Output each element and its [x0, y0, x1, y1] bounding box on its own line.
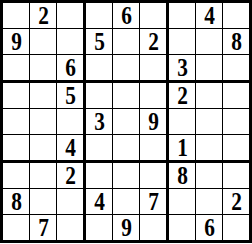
given-digit: 3	[94, 109, 105, 135]
cell-r1c2-given: 2	[30, 3, 57, 29]
cell-r8c8-empty[interactable]	[196, 189, 223, 215]
cell-r4c3-given: 5	[57, 83, 86, 109]
cell-r4c7-given: 2	[169, 83, 196, 109]
given-digit: 8	[177, 163, 188, 189]
cell-r8c5-empty[interactable]	[113, 189, 140, 215]
cell-r5c7-empty[interactable]	[169, 109, 196, 135]
cell-r8c4-given: 4	[86, 189, 113, 215]
cell-r3c8-empty[interactable]	[196, 55, 223, 83]
given-digit: 4	[94, 189, 105, 215]
cell-r1c9-empty[interactable]	[223, 3, 249, 29]
cell-r4c5-empty[interactable]	[113, 83, 140, 109]
cell-r3c1-empty[interactable]	[3, 55, 30, 83]
cell-r2c2-empty[interactable]	[30, 29, 57, 55]
cell-r5c1-empty[interactable]	[3, 109, 30, 135]
given-digit: 9	[148, 109, 159, 135]
cell-r2c4-given: 5	[86, 29, 113, 55]
cell-r7c2-empty[interactable]	[30, 163, 57, 189]
cell-r4c1-empty[interactable]	[3, 83, 30, 109]
cell-r9c7-empty[interactable]	[169, 215, 196, 240]
cell-r7c4-empty[interactable]	[86, 163, 113, 189]
given-digit: 7	[38, 215, 49, 241]
given-digit: 9	[121, 215, 132, 241]
cell-r9c8-given: 6	[196, 215, 223, 240]
cell-r7c7-given: 8	[169, 163, 196, 189]
cell-r7c5-empty[interactable]	[113, 163, 140, 189]
cell-r5c5-empty[interactable]	[113, 109, 140, 135]
given-digit: 2	[177, 83, 188, 109]
given-digit: 7	[148, 189, 159, 215]
cell-r6c4-empty[interactable]	[86, 135, 113, 163]
cell-r2c5-empty[interactable]	[113, 29, 140, 55]
cell-r8c9-given: 2	[223, 189, 249, 215]
cell-r5c6-given: 9	[140, 109, 169, 135]
cell-r2c3-empty[interactable]	[57, 29, 86, 55]
cell-r6c5-empty[interactable]	[113, 135, 140, 163]
cell-r3c3-given: 6	[57, 55, 86, 83]
given-digit: 6	[121, 3, 132, 29]
cell-r8c1-given: 8	[3, 189, 30, 215]
cell-r9c6-empty[interactable]	[140, 215, 169, 240]
cell-r9c4-empty[interactable]	[86, 215, 113, 240]
cell-r6c6-empty[interactable]	[140, 135, 169, 163]
given-digit: 6	[65, 55, 76, 81]
cell-r3c6-empty[interactable]	[140, 55, 169, 83]
cell-r8c6-given: 7	[140, 189, 169, 215]
cell-r1c4-empty[interactable]	[86, 3, 113, 29]
given-digit: 5	[65, 83, 76, 109]
cell-r6c9-empty[interactable]	[223, 135, 249, 163]
cell-r5c2-empty[interactable]	[30, 109, 57, 135]
cell-r8c7-empty[interactable]	[169, 189, 196, 215]
cell-r1c1-empty[interactable]	[3, 3, 30, 29]
cell-r2c7-empty[interactable]	[169, 29, 196, 55]
cell-r5c3-empty[interactable]	[57, 109, 86, 135]
cell-r5c8-empty[interactable]	[196, 109, 223, 135]
cell-r2c6-given: 2	[140, 29, 169, 55]
cell-r2c8-empty[interactable]	[196, 29, 223, 55]
cell-r4c4-empty[interactable]	[86, 83, 113, 109]
cell-r1c5-given: 6	[113, 3, 140, 29]
given-digit: 4	[204, 3, 215, 29]
cell-r6c2-empty[interactable]	[30, 135, 57, 163]
cell-r6c3-given: 4	[57, 135, 86, 163]
cell-r7c3-given: 2	[57, 163, 86, 189]
given-digit: 4	[65, 135, 76, 161]
cell-r9c5-given: 9	[113, 215, 140, 240]
cell-r6c7-given: 1	[169, 135, 196, 163]
given-digit: 2	[148, 29, 159, 55]
cell-r2c1-given: 9	[3, 29, 30, 55]
cell-r7c6-empty[interactable]	[140, 163, 169, 189]
cell-r4c9-empty[interactable]	[223, 83, 249, 109]
given-digit: 2	[38, 3, 49, 29]
given-digit: 9	[11, 29, 22, 55]
given-digit: 2	[65, 163, 76, 189]
cell-r8c2-empty[interactable]	[30, 189, 57, 215]
cell-r9c3-empty[interactable]	[57, 215, 86, 240]
cell-r1c6-empty[interactable]	[140, 3, 169, 29]
cell-r6c8-empty[interactable]	[196, 135, 223, 163]
cell-r1c8-given: 4	[196, 3, 223, 29]
cell-r6c1-empty[interactable]	[3, 135, 30, 163]
cell-r4c6-empty[interactable]	[140, 83, 169, 109]
cell-r9c9-empty[interactable]	[223, 215, 249, 240]
cell-r3c7-given: 3	[169, 55, 196, 83]
cell-r4c2-empty[interactable]	[30, 83, 57, 109]
cell-r7c8-empty[interactable]	[196, 163, 223, 189]
cell-r3c4-empty[interactable]	[86, 55, 113, 83]
given-digit: 3	[177, 55, 188, 81]
sudoku-board: 264952863523941288472796	[0, 0, 252, 243]
given-digit: 8	[11, 189, 22, 215]
given-digit: 6	[204, 215, 215, 241]
cell-r3c2-empty[interactable]	[30, 55, 57, 83]
given-digit: 2	[231, 189, 242, 215]
cell-r7c9-empty[interactable]	[223, 163, 249, 189]
cell-r5c9-empty[interactable]	[223, 109, 249, 135]
cell-r3c5-empty[interactable]	[113, 55, 140, 83]
cell-r3c9-empty[interactable]	[223, 55, 249, 83]
cell-r9c1-empty[interactable]	[3, 215, 30, 240]
cell-r9c2-given: 7	[30, 215, 57, 240]
cell-r8c3-empty[interactable]	[57, 189, 86, 215]
given-digit: 1	[177, 135, 188, 161]
cell-r1c7-empty[interactable]	[169, 3, 196, 29]
cell-r1c3-empty[interactable]	[57, 3, 86, 29]
given-digit: 5	[94, 29, 105, 55]
cell-r5c4-given: 3	[86, 109, 113, 135]
cell-r2c9-given: 8	[223, 29, 249, 55]
given-digit: 8	[231, 29, 242, 55]
cell-r4c8-empty[interactable]	[196, 83, 223, 109]
cell-r7c1-empty[interactable]	[3, 163, 30, 189]
